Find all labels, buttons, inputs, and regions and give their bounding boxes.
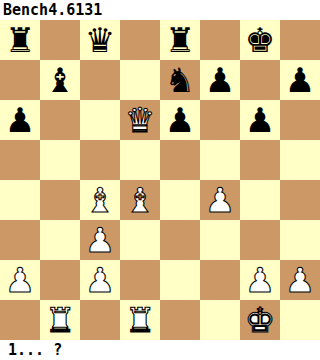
piece-black-rook: ♜ [165, 23, 195, 57]
square-c2[interactable]: ♟ [80, 260, 120, 300]
square-e1[interactable] [160, 300, 200, 340]
window-title: Bench4.6131 [3, 1, 102, 19]
square-d3[interactable] [120, 220, 160, 260]
title-bar: Bench4.6131 [0, 0, 320, 20]
square-b8[interactable] [40, 20, 80, 60]
square-b5[interactable] [40, 140, 80, 180]
square-c3[interactable]: ♟ [80, 220, 120, 260]
square-e7[interactable]: ♞ [160, 60, 200, 100]
square-g2[interactable]: ♟ [240, 260, 280, 300]
piece-white-rook: ♜ [45, 303, 75, 337]
chess-app-window: Bench4.6131 ♜♛♜♚♝♞♟♟♟♛♟♟♝♝♟♟♟♟♟♟♜♜♚ 1...… [0, 0, 320, 360]
square-f8[interactable] [200, 20, 240, 60]
piece-white-pawn: ♟ [245, 263, 275, 297]
piece-black-rook: ♜ [5, 23, 35, 57]
chess-board: ♜♛♜♚♝♞♟♟♟♛♟♟♝♝♟♟♟♟♟♟♜♜♚ [0, 20, 320, 340]
square-b3[interactable] [40, 220, 80, 260]
square-h5[interactable] [280, 140, 320, 180]
square-e6[interactable]: ♟ [160, 100, 200, 140]
square-h8[interactable] [280, 20, 320, 60]
square-d6[interactable]: ♛ [120, 100, 160, 140]
square-h4[interactable] [280, 180, 320, 220]
square-f5[interactable] [200, 140, 240, 180]
piece-white-pawn: ♟ [285, 263, 315, 297]
square-h3[interactable] [280, 220, 320, 260]
square-f2[interactable] [200, 260, 240, 300]
square-g4[interactable] [240, 180, 280, 220]
square-g7[interactable] [240, 60, 280, 100]
square-a7[interactable] [0, 60, 40, 100]
square-e8[interactable]: ♜ [160, 20, 200, 60]
square-h7[interactable]: ♟ [280, 60, 320, 100]
square-f4[interactable]: ♟ [200, 180, 240, 220]
status-bar: 1... ? [0, 340, 320, 360]
square-a5[interactable] [0, 140, 40, 180]
move-prompt: 1... ? [8, 341, 62, 359]
square-d2[interactable] [120, 260, 160, 300]
square-a6[interactable]: ♟ [0, 100, 40, 140]
piece-white-pawn: ♟ [205, 183, 235, 217]
square-e5[interactable] [160, 140, 200, 180]
square-a2[interactable]: ♟ [0, 260, 40, 300]
piece-white-king: ♚ [245, 303, 275, 337]
square-h1[interactable] [280, 300, 320, 340]
square-a8[interactable]: ♜ [0, 20, 40, 60]
piece-black-queen: ♛ [85, 23, 115, 57]
piece-black-pawn: ♟ [205, 63, 235, 97]
piece-black-pawn: ♟ [165, 103, 195, 137]
piece-black-bishop: ♝ [45, 63, 75, 97]
square-b7[interactable]: ♝ [40, 60, 80, 100]
piece-black-pawn: ♟ [5, 103, 35, 137]
square-a4[interactable] [0, 180, 40, 220]
square-d8[interactable] [120, 20, 160, 60]
square-b4[interactable] [40, 180, 80, 220]
square-c5[interactable] [80, 140, 120, 180]
square-g8[interactable]: ♚ [240, 20, 280, 60]
piece-white-pawn: ♟ [85, 263, 115, 297]
piece-white-bishop: ♝ [85, 183, 115, 217]
piece-black-pawn: ♟ [245, 103, 275, 137]
square-d5[interactable] [120, 140, 160, 180]
square-h2[interactable]: ♟ [280, 260, 320, 300]
square-g6[interactable]: ♟ [240, 100, 280, 140]
square-f6[interactable] [200, 100, 240, 140]
square-a3[interactable] [0, 220, 40, 260]
square-d7[interactable] [120, 60, 160, 100]
piece-black-king: ♚ [245, 23, 275, 57]
square-f7[interactable]: ♟ [200, 60, 240, 100]
piece-white-pawn: ♟ [5, 263, 35, 297]
piece-white-rook: ♜ [125, 303, 155, 337]
square-g3[interactable] [240, 220, 280, 260]
square-b2[interactable] [40, 260, 80, 300]
piece-black-knight: ♞ [165, 63, 195, 97]
square-a1[interactable] [0, 300, 40, 340]
piece-white-queen: ♛ [125, 103, 155, 137]
square-h6[interactable] [280, 100, 320, 140]
square-e3[interactable] [160, 220, 200, 260]
square-c4[interactable]: ♝ [80, 180, 120, 220]
piece-white-bishop: ♝ [125, 183, 155, 217]
square-d1[interactable]: ♜ [120, 300, 160, 340]
square-g1[interactable]: ♚ [240, 300, 280, 340]
square-c6[interactable] [80, 100, 120, 140]
square-e2[interactable] [160, 260, 200, 300]
piece-white-pawn: ♟ [85, 223, 115, 257]
square-c8[interactable]: ♛ [80, 20, 120, 60]
square-b6[interactable] [40, 100, 80, 140]
square-e4[interactable] [160, 180, 200, 220]
square-f1[interactable] [200, 300, 240, 340]
square-c7[interactable] [80, 60, 120, 100]
square-g5[interactable] [240, 140, 280, 180]
square-d4[interactable]: ♝ [120, 180, 160, 220]
piece-black-pawn: ♟ [285, 63, 315, 97]
square-f3[interactable] [200, 220, 240, 260]
square-b1[interactable]: ♜ [40, 300, 80, 340]
square-c1[interactable] [80, 300, 120, 340]
